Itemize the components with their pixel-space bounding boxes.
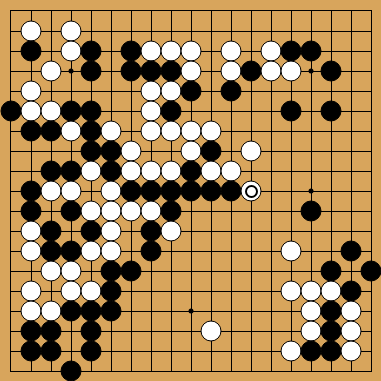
- white-stone: [61, 181, 82, 202]
- black-stone: [81, 341, 102, 362]
- black-stone: [61, 361, 82, 381]
- white-stone: [341, 341, 362, 362]
- white-stone: [101, 241, 122, 262]
- white-stone: [21, 101, 42, 122]
- black-stone: [21, 181, 42, 202]
- black-stone: [101, 141, 122, 162]
- black-stone: [141, 181, 162, 202]
- black-stone: [141, 241, 162, 262]
- black-stone: [101, 261, 122, 282]
- black-stone: [81, 121, 102, 142]
- white-stone-last-move: [241, 181, 262, 202]
- black-stone: [321, 321, 342, 342]
- white-stone: [41, 301, 62, 322]
- black-stone: [281, 101, 302, 122]
- star-point: [69, 69, 74, 74]
- white-stone: [121, 161, 142, 182]
- white-stone: [121, 141, 142, 162]
- white-stone: [81, 241, 102, 262]
- white-stone: [261, 41, 282, 62]
- white-stone: [301, 281, 322, 302]
- black-stone: [81, 41, 102, 62]
- white-stone: [221, 61, 242, 82]
- white-stone: [281, 241, 302, 262]
- white-stone: [181, 121, 202, 142]
- white-stone: [81, 201, 102, 222]
- white-stone: [281, 281, 302, 302]
- black-stone: [81, 141, 102, 162]
- black-stone: [61, 241, 82, 262]
- black-stone: [41, 321, 62, 342]
- black-stone: [121, 261, 142, 282]
- white-stone: [161, 41, 182, 62]
- white-stone: [181, 141, 202, 162]
- black-stone: [21, 121, 42, 142]
- black-stone: [61, 301, 82, 322]
- black-stone: [221, 81, 242, 102]
- black-stone: [201, 141, 222, 162]
- black-stone: [141, 221, 162, 242]
- black-stone: [21, 321, 42, 342]
- white-stone: [61, 21, 82, 42]
- black-stone: [21, 341, 42, 362]
- star-point: [309, 189, 314, 194]
- white-stone: [281, 341, 302, 362]
- white-stone: [41, 261, 62, 282]
- white-stone: [341, 301, 362, 322]
- black-stone: [321, 61, 342, 82]
- white-stone: [141, 41, 162, 62]
- white-stone: [201, 161, 222, 182]
- white-stone: [61, 261, 82, 282]
- white-stone: [141, 161, 162, 182]
- black-stone: [61, 101, 82, 122]
- black-stone: [61, 161, 82, 182]
- white-stone: [21, 241, 42, 262]
- last-move-marker-icon: [245, 185, 258, 198]
- white-stone: [61, 41, 82, 62]
- white-stone: [101, 221, 122, 242]
- black-stone: [101, 281, 122, 302]
- black-stone: [141, 61, 162, 82]
- white-stone: [301, 301, 322, 322]
- black-stone: [81, 101, 102, 122]
- white-stone: [81, 281, 102, 302]
- black-stone: [321, 341, 342, 362]
- black-stone: [341, 281, 362, 302]
- black-stone: [281, 41, 302, 62]
- white-stone: [21, 81, 42, 102]
- white-stone: [201, 321, 222, 342]
- black-stone: [81, 221, 102, 242]
- black-stone: [21, 201, 42, 222]
- white-stone: [21, 221, 42, 242]
- white-stone: [221, 161, 242, 182]
- white-stone: [321, 281, 342, 302]
- white-stone: [61, 121, 82, 142]
- black-stone: [161, 181, 182, 202]
- black-stone: [301, 201, 322, 222]
- black-stone: [361, 261, 381, 282]
- black-stone: [41, 341, 62, 362]
- white-stone: [141, 101, 162, 122]
- star-point: [189, 309, 194, 314]
- black-stone: [61, 201, 82, 222]
- white-stone: [221, 41, 242, 62]
- star-point: [309, 69, 314, 74]
- white-stone: [101, 121, 122, 142]
- black-stone: [41, 121, 62, 142]
- white-stone: [41, 101, 62, 122]
- white-stone: [241, 141, 262, 162]
- black-stone: [241, 61, 262, 82]
- white-stone: [141, 81, 162, 102]
- black-stone: [41, 221, 62, 242]
- black-stone: [341, 241, 362, 262]
- white-stone: [181, 41, 202, 62]
- black-stone: [21, 41, 42, 62]
- black-stone: [101, 161, 122, 182]
- black-stone: [161, 101, 182, 122]
- white-stone: [161, 121, 182, 142]
- white-stone: [21, 301, 42, 322]
- black-stone: [161, 201, 182, 222]
- white-stone: [161, 81, 182, 102]
- black-stone: [161, 61, 182, 82]
- black-stone: [41, 241, 62, 262]
- white-stone: [341, 321, 362, 342]
- white-stone: [41, 181, 62, 202]
- white-stone: [161, 221, 182, 242]
- white-stone: [61, 281, 82, 302]
- black-stone: [81, 321, 102, 342]
- go-board[interactable]: [0, 0, 381, 381]
- white-stone: [181, 61, 202, 82]
- black-stone: [321, 261, 342, 282]
- black-stone: [121, 181, 142, 202]
- black-stone: [181, 81, 202, 102]
- white-stone: [161, 161, 182, 182]
- black-stone: [201, 181, 222, 202]
- white-stone: [201, 121, 222, 142]
- black-stone: [121, 41, 142, 62]
- white-stone: [101, 181, 122, 202]
- grid-line-horizontal: [11, 231, 371, 232]
- white-stone: [81, 161, 102, 182]
- black-stone: [221, 181, 242, 202]
- white-stone: [141, 201, 162, 222]
- white-stone: [21, 281, 42, 302]
- black-stone: [1, 101, 22, 122]
- black-stone: [121, 61, 142, 82]
- white-stone: [21, 21, 42, 42]
- white-stone: [301, 321, 322, 342]
- black-stone: [321, 301, 342, 322]
- black-stone: [181, 161, 202, 182]
- white-stone: [101, 201, 122, 222]
- black-stone: [181, 181, 202, 202]
- black-stone: [81, 301, 102, 322]
- black-stone: [301, 41, 322, 62]
- white-stone: [41, 61, 62, 82]
- white-stone: [141, 121, 162, 142]
- black-stone: [41, 161, 62, 182]
- white-stone: [281, 61, 302, 82]
- black-stone: [101, 301, 122, 322]
- black-stone: [321, 101, 342, 122]
- white-stone: [261, 61, 282, 82]
- black-stone: [81, 61, 102, 82]
- black-stone: [301, 341, 322, 362]
- white-stone: [121, 201, 142, 222]
